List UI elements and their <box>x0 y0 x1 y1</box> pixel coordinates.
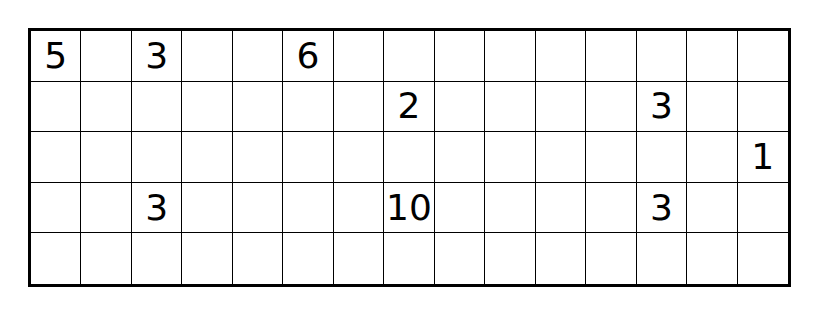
clue-number: 3 <box>650 190 673 226</box>
clue-number: 1 <box>751 139 774 175</box>
cell-r4c10[interactable] <box>485 183 535 234</box>
cell-r2c15[interactable] <box>738 82 788 133</box>
cell-r3c7[interactable] <box>334 132 384 183</box>
puzzle-board: 5362313103 <box>28 28 791 287</box>
cell-r1c14[interactable] <box>687 31 737 82</box>
cell-r5c10[interactable] <box>485 233 535 284</box>
clue-number: 3 <box>145 38 168 74</box>
cell-r5c3[interactable] <box>132 233 182 284</box>
cell-r5c4[interactable] <box>182 233 232 284</box>
cell-r2c8[interactable]: 2 <box>384 82 434 133</box>
cell-r4c12[interactable] <box>586 183 636 234</box>
cell-r1c10[interactable] <box>485 31 535 82</box>
cell-r1c8[interactable] <box>384 31 434 82</box>
cell-r4c3[interactable]: 3 <box>132 183 182 234</box>
cell-r2c3[interactable] <box>132 82 182 133</box>
cell-r3c10[interactable] <box>485 132 535 183</box>
cell-r4c11[interactable] <box>536 183 586 234</box>
cell-r3c14[interactable] <box>687 132 737 183</box>
cell-r2c9[interactable] <box>435 82 485 133</box>
cell-r2c4[interactable] <box>182 82 232 133</box>
cell-r1c13[interactable] <box>637 31 687 82</box>
cell-r1c3[interactable]: 3 <box>132 31 182 82</box>
cell-r5c12[interactable] <box>586 233 636 284</box>
clue-number: 5 <box>44 38 67 74</box>
cell-r4c8[interactable]: 10 <box>384 183 434 234</box>
cell-r4c14[interactable] <box>687 183 737 234</box>
cell-r3c13[interactable] <box>637 132 687 183</box>
cell-r3c11[interactable] <box>536 132 586 183</box>
cell-r5c11[interactable] <box>536 233 586 284</box>
cell-r4c5[interactable] <box>233 183 283 234</box>
cell-r2c7[interactable] <box>334 82 384 133</box>
cell-r5c13[interactable] <box>637 233 687 284</box>
cell-r1c11[interactable] <box>536 31 586 82</box>
cell-r5c14[interactable] <box>687 233 737 284</box>
clue-number: 6 <box>297 38 320 74</box>
cell-r1c4[interactable] <box>182 31 232 82</box>
cell-r3c2[interactable] <box>81 132 131 183</box>
clue-number: 10 <box>386 190 432 226</box>
cell-r4c9[interactable] <box>435 183 485 234</box>
cell-r4c13[interactable]: 3 <box>637 183 687 234</box>
cell-r1c12[interactable] <box>586 31 636 82</box>
cell-r1c15[interactable] <box>738 31 788 82</box>
cell-r2c10[interactable] <box>485 82 535 133</box>
cell-r3c3[interactable] <box>132 132 182 183</box>
cell-r1c6[interactable]: 6 <box>283 31 333 82</box>
cell-r2c13[interactable]: 3 <box>637 82 687 133</box>
cell-r5c1[interactable] <box>31 233 81 284</box>
cell-r3c15[interactable]: 1 <box>738 132 788 183</box>
cell-r1c7[interactable] <box>334 31 384 82</box>
cell-r5c7[interactable] <box>334 233 384 284</box>
cell-r5c5[interactable] <box>233 233 283 284</box>
cell-r4c7[interactable] <box>334 183 384 234</box>
cell-r3c9[interactable] <box>435 132 485 183</box>
cell-r5c8[interactable] <box>384 233 434 284</box>
cell-r4c6[interactable] <box>283 183 333 234</box>
cell-r2c12[interactable] <box>586 82 636 133</box>
cell-r3c12[interactable] <box>586 132 636 183</box>
cell-r2c2[interactable] <box>81 82 131 133</box>
cell-r2c5[interactable] <box>233 82 283 133</box>
clue-number: 3 <box>145 190 168 226</box>
cell-r5c2[interactable] <box>81 233 131 284</box>
cell-r1c9[interactable] <box>435 31 485 82</box>
cell-r4c4[interactable] <box>182 183 232 234</box>
cell-r2c11[interactable] <box>536 82 586 133</box>
cell-r4c15[interactable] <box>738 183 788 234</box>
cell-r1c5[interactable] <box>233 31 283 82</box>
cell-r3c6[interactable] <box>283 132 333 183</box>
cell-r2c1[interactable] <box>31 82 81 133</box>
puzzle-page: 5362313103 <box>0 0 820 314</box>
clue-number: 2 <box>398 88 421 124</box>
clue-number: 3 <box>650 88 673 124</box>
cell-r5c6[interactable] <box>283 233 333 284</box>
cell-r3c1[interactable] <box>31 132 81 183</box>
cell-r5c9[interactable] <box>435 233 485 284</box>
cell-r2c14[interactable] <box>687 82 737 133</box>
cell-r5c15[interactable] <box>738 233 788 284</box>
cell-r3c4[interactable] <box>182 132 232 183</box>
cell-r1c1[interactable]: 5 <box>31 31 81 82</box>
cell-r4c1[interactable] <box>31 183 81 234</box>
cell-r3c5[interactable] <box>233 132 283 183</box>
cell-r1c2[interactable] <box>81 31 131 82</box>
cell-r4c2[interactable] <box>81 183 131 234</box>
cell-r3c8[interactable] <box>384 132 434 183</box>
cell-r2c6[interactable] <box>283 82 333 133</box>
